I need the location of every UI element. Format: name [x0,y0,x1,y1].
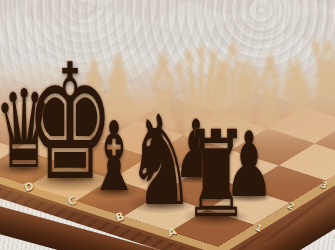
base-fog [0,96,335,144]
swirl-paint-texture [0,0,335,100]
chess-photo-scene: ♟♟♝♛♚♝♞♜ ♛♚♝♞♟♜♟ ABCD123 [0,0,335,250]
